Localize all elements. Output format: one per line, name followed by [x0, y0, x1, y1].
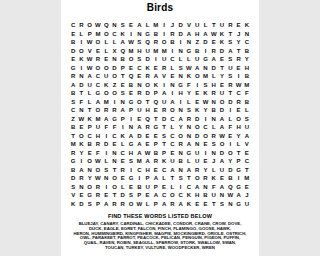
- grid-cell: L: [177, 55, 185, 64]
- grid-cell: A: [119, 106, 127, 115]
- grid-cell: C: [243, 38, 251, 47]
- grid-cell: S: [160, 132, 168, 141]
- grid-cell: E: [152, 132, 160, 141]
- grid-cell: B: [243, 98, 251, 107]
- grid-cell: U: [193, 157, 201, 166]
- grid-cell: O: [193, 72, 201, 81]
- grid-cell: L: [185, 55, 193, 64]
- grid-cell: U: [193, 55, 201, 64]
- grid-cell: T: [234, 149, 242, 158]
- grid-cell: C: [110, 132, 118, 141]
- grid-cell: A: [119, 38, 127, 47]
- grid-cell: K: [193, 106, 201, 115]
- grid-cell: F: [94, 149, 102, 158]
- grid-cell: N: [168, 81, 176, 90]
- grid-cell: L: [77, 30, 85, 39]
- grid-cell: E: [234, 64, 242, 73]
- grid-cell: C: [86, 132, 94, 141]
- grid-cell: G: [69, 64, 77, 73]
- grid-cell: T: [210, 200, 218, 209]
- grid-cell: D: [177, 21, 185, 30]
- grid-cell: G: [201, 55, 209, 64]
- grid-cell: E: [234, 106, 242, 115]
- grid-cell: K: [201, 89, 209, 98]
- grid-cell: I: [234, 174, 242, 183]
- grid-cell: I: [152, 55, 160, 64]
- grid-cell: A: [102, 200, 110, 209]
- grid-cell: D: [226, 98, 234, 107]
- grid-cell: L: [226, 115, 234, 124]
- grid-cell: G: [143, 30, 151, 39]
- grid-cell: S: [127, 191, 135, 200]
- grid-cell: R: [168, 30, 176, 39]
- grid-cell: K: [152, 81, 160, 90]
- grid-cell: I: [102, 132, 110, 141]
- grid-cell: Y: [243, 55, 251, 64]
- grid-cell: S: [86, 200, 94, 209]
- grid-cell: G: [185, 47, 193, 56]
- grid-cell: R: [135, 89, 143, 98]
- grid-cell: E: [102, 191, 110, 200]
- grid-cell: O: [143, 81, 151, 90]
- grid-cell: X: [110, 47, 118, 56]
- grid-cell: V: [160, 72, 168, 81]
- grid-cell: U: [94, 123, 102, 132]
- grid-cell: T: [110, 166, 118, 175]
- grid-cell: R: [69, 72, 77, 81]
- grid-cell: Y: [226, 157, 234, 166]
- grid-cell: D: [102, 140, 110, 149]
- grid-cell: R: [210, 47, 218, 56]
- grid-cell: K: [218, 38, 226, 47]
- grid-cell: P: [152, 183, 160, 192]
- grid-cell: A: [160, 200, 168, 209]
- grid-cell: N: [210, 115, 218, 124]
- grid-cell: R: [152, 38, 160, 47]
- grid-cell: U: [135, 106, 143, 115]
- grid-cell: D: [160, 115, 168, 124]
- grid-cell: G: [127, 140, 135, 149]
- grid-cell: O: [86, 183, 94, 192]
- grid-cell: E: [168, 72, 176, 81]
- grid-cell: M: [127, 47, 135, 56]
- grid-cell: A: [86, 72, 94, 81]
- grid-cell: O: [234, 115, 242, 124]
- grid-cell: H: [210, 81, 218, 90]
- grid-cell: B: [177, 157, 185, 166]
- grid-cell: N: [177, 72, 185, 81]
- grid-cell: N: [226, 200, 234, 209]
- grid-cell: R: [226, 81, 234, 90]
- grid-cell: K: [119, 30, 127, 39]
- grid-cell: E: [94, 47, 102, 56]
- grid-cell: R: [210, 89, 218, 98]
- grid-cell: C: [135, 166, 143, 175]
- grid-cell: Z: [110, 81, 118, 90]
- grid-cell: W: [127, 38, 135, 47]
- grid-cell: N: [201, 183, 209, 192]
- grid-cell: A: [234, 191, 242, 200]
- grid-cell: S: [69, 183, 77, 192]
- grid-cell: N: [210, 149, 218, 158]
- grid-cell: R: [110, 106, 118, 115]
- grid-cell: N: [201, 64, 209, 73]
- grid-cell: A: [102, 115, 110, 124]
- grid-cell: O: [110, 72, 118, 81]
- grid-cell: R: [94, 140, 102, 149]
- grid-cell: O: [201, 132, 209, 141]
- grid-cell: S: [102, 166, 110, 175]
- grid-cell: R: [160, 64, 168, 73]
- grid-cell: P: [135, 191, 143, 200]
- grid-cell: N: [77, 106, 85, 115]
- grid-cell: E: [193, 98, 201, 107]
- grid-cell: F: [185, 81, 193, 90]
- grid-cell: C: [94, 81, 102, 90]
- grid-cell: C: [135, 64, 143, 73]
- grid-cell: D: [69, 174, 77, 183]
- grid-cell: P: [152, 140, 160, 149]
- grid-cell: S: [226, 38, 234, 47]
- grid-cell: R: [143, 72, 151, 81]
- grid-cell: A: [69, 81, 77, 90]
- grid-cell: N: [185, 38, 193, 47]
- grid-cell: R: [143, 123, 151, 132]
- grid-cell: M: [102, 98, 110, 107]
- grid-cell: J: [243, 191, 251, 200]
- grid-cell: N: [177, 166, 185, 175]
- grid-cell: S: [177, 64, 185, 73]
- grid-cell: O: [110, 89, 118, 98]
- grid-cell: L: [143, 200, 151, 209]
- grid-cell: E: [226, 132, 234, 141]
- grid-cell: T: [160, 140, 168, 149]
- grid-cell: T: [119, 72, 127, 81]
- grid-cell: Y: [185, 89, 193, 98]
- grid-cell: I: [168, 47, 176, 56]
- grid-cell: T: [86, 106, 94, 115]
- grid-cell: D: [110, 64, 118, 73]
- grid-cell: E: [143, 140, 151, 149]
- grid-cell: I: [226, 140, 234, 149]
- grid-cell: U: [218, 89, 226, 98]
- grid-cell: Q: [152, 98, 160, 107]
- grid-cell: E: [152, 106, 160, 115]
- grid-cell: F: [243, 89, 251, 98]
- grid-cell: L: [160, 174, 168, 183]
- grid-cell: F: [102, 123, 110, 132]
- grid-cell: L: [119, 183, 127, 192]
- grid-cell: A: [152, 72, 160, 81]
- grid-cell: U: [226, 64, 234, 73]
- grid-cell: S: [69, 98, 77, 107]
- grid-cell: R: [185, 115, 193, 124]
- grid-cell: C: [168, 55, 176, 64]
- grid-cell: G: [234, 200, 242, 209]
- grid-cell: K: [218, 30, 226, 39]
- grid-cell: H: [193, 30, 201, 39]
- grid-cell: L: [102, 47, 110, 56]
- grid-cell: Q: [143, 38, 151, 47]
- grid-cell: P: [152, 200, 160, 209]
- grid-cell: C: [201, 123, 209, 132]
- grid-cell: L: [201, 21, 209, 30]
- grid-cell: Q: [127, 72, 135, 81]
- grid-cell: R: [193, 166, 201, 175]
- grid-cell: U: [168, 157, 176, 166]
- grid-cell: R: [234, 55, 242, 64]
- grid-cell: O: [77, 47, 85, 56]
- grid-cell: T: [110, 191, 118, 200]
- grid-cell: K: [185, 200, 193, 209]
- grid-cell: H: [143, 106, 151, 115]
- grid-cell: U: [243, 123, 251, 132]
- puzzle-page: Birds CROWQNSEALMIJDVULTUREKELPMOCKINGBI…: [61, 0, 259, 256]
- grid-cell: C: [160, 191, 168, 200]
- grid-cell: N: [135, 30, 143, 39]
- grid-cell: E: [69, 30, 77, 39]
- grid-cell: E: [143, 191, 151, 200]
- grid-cell: O: [177, 132, 185, 141]
- word-list-line: TOUCAN, TURKEY, VULTURE, WOODPECKER, WRE…: [66, 246, 254, 251]
- grid-cell: I: [177, 38, 185, 47]
- grid-cell: D: [218, 47, 226, 56]
- grid-cell: B: [69, 123, 77, 132]
- grid-cell: E: [119, 157, 127, 166]
- grid-cell: N: [177, 106, 185, 115]
- grid-cell: M: [69, 140, 77, 149]
- grid-cell: N: [185, 123, 193, 132]
- grid-cell: E: [218, 174, 226, 183]
- grid-cell: O: [94, 38, 102, 47]
- grid-cell: E: [210, 38, 218, 47]
- grid-cell: K: [160, 157, 168, 166]
- grid-cell: B: [127, 81, 135, 90]
- grid-cell: L: [210, 123, 218, 132]
- grid-cell: A: [135, 21, 143, 30]
- grid-cell: H: [193, 191, 201, 200]
- grid-cell: W: [218, 132, 226, 141]
- grid-cell: R: [77, 21, 85, 30]
- grid-cell: E: [86, 149, 94, 158]
- grid-cell: E: [119, 174, 127, 183]
- grid-cell: A: [177, 200, 185, 209]
- grid-cell: T: [160, 123, 168, 132]
- grid-cell: N: [243, 30, 251, 39]
- grid-cell: Q: [226, 183, 234, 192]
- grid-cell: I: [193, 81, 201, 90]
- grid-cell: B: [243, 72, 251, 81]
- grid-cell: U: [143, 183, 151, 192]
- grid-cell: A: [135, 140, 143, 149]
- grid-cell: S: [119, 89, 127, 98]
- grid-cell: O: [86, 157, 94, 166]
- grid-cell: O: [110, 174, 118, 183]
- grid-cell: A: [77, 166, 85, 175]
- grid-cell: N: [218, 191, 226, 200]
- grid-cell: N: [110, 55, 118, 64]
- grid-cell: K: [77, 55, 85, 64]
- grid-cell: D: [210, 64, 218, 73]
- grid-cell: U: [102, 72, 110, 81]
- grid-cell: E: [69, 55, 77, 64]
- grid-cell: R: [69, 149, 77, 158]
- grid-cell: H: [143, 166, 151, 175]
- grid-cell: K: [185, 72, 193, 81]
- grid-cell: J: [234, 30, 242, 39]
- grid-cell: L: [168, 123, 176, 132]
- grid-cell: I: [77, 38, 85, 47]
- grid-cell: W: [77, 115, 85, 124]
- grid-cell: I: [135, 174, 143, 183]
- grid-cell: E: [127, 183, 135, 192]
- grid-cell: S: [135, 38, 143, 47]
- grid-cell: P: [86, 30, 94, 39]
- grid-cell: L: [110, 38, 118, 47]
- grid-cell: W: [234, 81, 242, 90]
- grid-cell: R: [201, 174, 209, 183]
- grid-cell: O: [110, 183, 118, 192]
- grid-cell: A: [193, 64, 201, 73]
- grid-cell: U: [193, 149, 201, 158]
- grid-cell: D: [201, 38, 209, 47]
- grid-cell: R: [226, 21, 234, 30]
- grid-cell: A: [218, 115, 226, 124]
- grid-cell: A: [168, 166, 176, 175]
- grid-cell: F: [110, 123, 118, 132]
- grid-cell: A: [127, 132, 135, 141]
- grid-cell: S: [201, 81, 209, 90]
- grid-cell: R: [160, 106, 168, 115]
- grid-cell: B: [201, 191, 209, 200]
- grid-cell: B: [243, 47, 251, 56]
- word-list: BLUEJAY, CANARY, CARDINAL, CHICKADEE, CO…: [66, 222, 254, 251]
- grid-cell: T: [152, 115, 160, 124]
- grid-cell: I: [234, 72, 242, 81]
- grid-cell: B: [69, 38, 77, 47]
- grid-cell: K: [185, 191, 193, 200]
- word-list-heading: FIND THESE WORDS LISTED BELOW: [61, 213, 259, 220]
- grid-cell: U: [160, 55, 168, 64]
- grid-cell: R: [234, 98, 242, 107]
- grid-cell: P: [119, 115, 127, 124]
- grid-cell: T: [185, 174, 193, 183]
- grid-cell: P: [127, 106, 135, 115]
- grid-cell: I: [110, 98, 118, 107]
- grid-cell: H: [234, 123, 242, 132]
- grid-cell: M: [243, 81, 251, 90]
- grid-cell: E: [201, 140, 209, 149]
- grid-cell: D: [77, 81, 85, 90]
- grid-cell: D: [218, 149, 226, 158]
- grid-cell: L: [234, 140, 242, 149]
- grid-cell: O: [94, 106, 102, 115]
- grid-cell: A: [210, 55, 218, 64]
- grid-cell: L: [102, 38, 110, 47]
- grid-cell: G: [185, 149, 193, 158]
- grid-cell: A: [94, 98, 102, 107]
- grid-cell: Y: [77, 149, 85, 158]
- grid-cell: N: [177, 149, 185, 158]
- grid-cell: W: [94, 174, 102, 183]
- puzzle-title: Birds: [61, 0, 259, 14]
- grid-cell: O: [168, 106, 176, 115]
- grid-cell: I: [177, 98, 185, 107]
- grid-cell: I: [177, 183, 185, 192]
- grid-cell: L: [168, 64, 176, 73]
- grid-cell: T: [77, 89, 85, 98]
- grid-cell: W: [86, 64, 94, 73]
- grid-cell: T: [226, 30, 234, 39]
- grid-cell: A: [243, 132, 251, 141]
- grid-cell: T: [226, 89, 234, 98]
- grid-cell: I: [201, 149, 209, 158]
- grid-cell: V: [243, 140, 251, 149]
- grid-cell: K: [69, 200, 77, 209]
- grid-cell: Q: [119, 47, 127, 56]
- grid-cell: V: [185, 21, 193, 30]
- grid-cell: H: [127, 149, 135, 158]
- grid-cell: G: [69, 157, 77, 166]
- grid-cell: W: [135, 200, 143, 209]
- grid-cell: W: [185, 64, 193, 73]
- grid-cell: A: [185, 140, 193, 149]
- grid-cell: C: [177, 191, 185, 200]
- grid-cell: E: [135, 72, 143, 81]
- grid-cell: C: [69, 21, 77, 30]
- grid-cell: R: [168, 200, 176, 209]
- grid-cell: Y: [201, 106, 209, 115]
- grid-cell: U: [218, 166, 226, 175]
- grid-cell: W: [226, 191, 234, 200]
- grid-cell: K: [102, 81, 110, 90]
- grid-cell: W: [86, 38, 94, 47]
- grid-cell: R: [94, 183, 102, 192]
- grid-cell: E: [152, 166, 160, 175]
- grid-cell: R: [110, 200, 118, 209]
- grid-cell: N: [110, 149, 118, 158]
- grid-cell: I: [168, 89, 176, 98]
- grid-cell: V: [69, 191, 77, 200]
- grid-cell: R: [152, 157, 160, 166]
- grid-cell: I: [127, 30, 135, 39]
- grid-cell: B: [135, 183, 143, 192]
- grid-cell: P: [86, 123, 94, 132]
- grid-cell: R: [210, 132, 218, 141]
- grid-cell: U: [218, 21, 226, 30]
- grid-cell: D: [143, 55, 151, 64]
- grid-cell: M: [201, 72, 209, 81]
- grid-cell: S: [177, 174, 185, 183]
- grid-cell: S: [226, 55, 234, 64]
- grid-cell: N: [177, 47, 185, 56]
- grid-cell: M: [135, 157, 143, 166]
- grid-cell: G: [127, 174, 135, 183]
- grid-cell: T: [69, 132, 77, 141]
- grid-cell: L: [102, 157, 110, 166]
- grid-cell: N: [210, 98, 218, 107]
- grid-cell: A: [226, 47, 234, 56]
- grid-cell: O: [94, 166, 102, 175]
- grid-cell: O: [102, 30, 110, 39]
- grid-cell: O: [193, 123, 201, 132]
- grid-cell: H: [243, 64, 251, 73]
- grid-cell: Q: [143, 115, 151, 124]
- grid-cell: C: [94, 72, 102, 81]
- grid-cell: E: [168, 149, 176, 158]
- grid-cell: A: [185, 166, 193, 175]
- grid-cell: D: [218, 106, 226, 115]
